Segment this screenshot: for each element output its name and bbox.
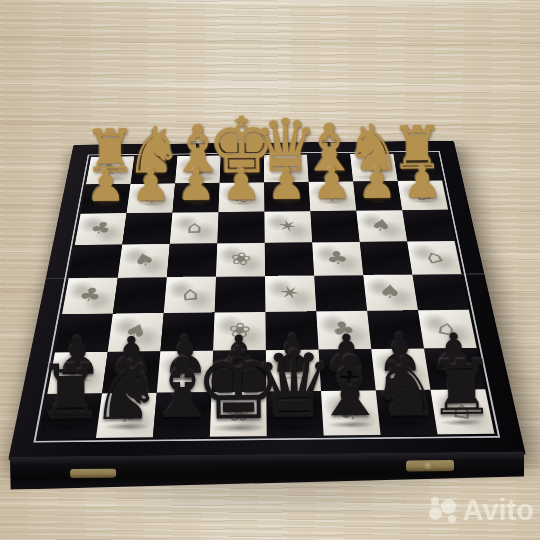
board-square: ♣ xyxy=(321,390,381,435)
board-square: ♠ xyxy=(96,393,157,438)
mop-motif-icon: ❀ xyxy=(226,401,251,425)
board-square: ♣ xyxy=(75,213,127,245)
board-square xyxy=(314,275,367,311)
mop-motif-icon: ❀ xyxy=(227,320,251,341)
mop-motif-icon: ♣ xyxy=(98,161,123,179)
board-square: ⌂ xyxy=(175,155,221,183)
mop-motif-icon: ♣ xyxy=(325,249,350,267)
board-square: ✶ xyxy=(265,276,316,312)
board-square: ⌂ xyxy=(431,389,495,434)
board-square xyxy=(307,154,353,182)
board-square xyxy=(393,153,442,181)
board-square: ♠ xyxy=(356,210,407,242)
board-square xyxy=(266,391,323,436)
board-square xyxy=(217,212,264,244)
mop-motif-icon: ♠ xyxy=(369,216,394,235)
hinge-knob-icon xyxy=(424,462,433,469)
board-square xyxy=(172,183,219,213)
mop-motif-icon: ♠ xyxy=(140,189,163,206)
board-square: ♠ xyxy=(118,244,170,278)
mop-motif-icon: ♣ xyxy=(329,318,359,341)
board-square: ❀ xyxy=(210,392,267,437)
board-square: ✶ xyxy=(264,155,309,183)
board-square xyxy=(39,393,102,438)
board-square xyxy=(69,244,123,278)
board-square xyxy=(319,349,376,391)
board-square: ♣ xyxy=(86,156,134,184)
board-square: ⌂ xyxy=(164,277,216,313)
mop-motif-icon: ♠ xyxy=(386,358,414,380)
mop-motif-icon: ♣ xyxy=(321,188,342,203)
board-square xyxy=(153,392,212,437)
mop-motif-icon: ⌂ xyxy=(452,398,471,423)
mop-motif-icon: ♠ xyxy=(131,249,158,270)
board-square xyxy=(265,242,314,276)
mop-motif-icon: ⌂ xyxy=(421,247,446,267)
board-square xyxy=(376,390,438,435)
mop-motif-icon: ♣ xyxy=(87,219,116,238)
board-square: ✶ xyxy=(266,350,321,392)
mop-motif-icon: ✶ xyxy=(275,217,301,236)
avito-watermark: Avito xyxy=(429,496,534,527)
board-square: ⌂ xyxy=(170,212,219,244)
board-square: ♣ xyxy=(316,311,371,350)
board-square xyxy=(160,312,214,351)
mop-motif-icon: ✶ xyxy=(278,357,307,382)
board-tilt-wrapper: ♣⌂✶♠♠❀♣⌂♣⌂✶♠♠❀♣⌂♣⌂✶♠♠❀♣⌂♣⌂✶♠♠❀♣⌂ ♜♞♝♚♛♝♞… xyxy=(0,0,540,540)
hinge-left-icon xyxy=(70,469,116,478)
board-square: ♠ xyxy=(371,349,430,391)
board-grid: ♣⌂✶♠♠❀♣⌂♣⌂✶♠♠❀♣⌂♣⌂✶♠♠❀♣⌂♣⌂✶♠♠❀♣⌂ xyxy=(39,153,494,438)
hinge-right-icon xyxy=(406,460,454,472)
mop-motif-icon: ⌂ xyxy=(412,186,434,203)
mop-motif-icon: ✶ xyxy=(275,282,305,305)
board-square xyxy=(353,181,402,211)
board-square: ♣ xyxy=(47,352,107,394)
board-square: ⌂ xyxy=(398,181,449,211)
mop-motif-icon: ❀ xyxy=(229,188,254,206)
board-square: ⌂ xyxy=(407,241,461,275)
board-square xyxy=(264,182,310,212)
board-square xyxy=(412,274,468,310)
mop-motif-icon: ♠ xyxy=(110,401,143,428)
board-square xyxy=(102,351,160,393)
mop-motif-icon: ⌂ xyxy=(175,359,197,383)
board-square xyxy=(367,310,424,349)
board-square xyxy=(215,276,266,312)
mop-motif-icon: ⌂ xyxy=(189,161,207,176)
board-square xyxy=(360,241,413,275)
board-square: ♣ xyxy=(312,242,363,276)
mop-motif-icon: ⌂ xyxy=(186,219,202,235)
board-square: ♣ xyxy=(309,182,357,212)
board-square xyxy=(402,210,454,242)
mop-motif-icon: ♠ xyxy=(378,282,402,302)
board-square xyxy=(212,350,267,392)
mop-motif-icon: ♠ xyxy=(361,158,386,175)
board-square xyxy=(220,155,265,183)
board-square xyxy=(265,311,318,350)
photo-scene: ♣⌂✶♠♠❀♣⌂♣⌂✶♠♠❀♣⌂♣⌂✶♠♠❀♣⌂♣⌂✶♠♠❀♣⌂ ♜♞♝♚♛♝♞… xyxy=(0,0,540,540)
board-square: ⌂ xyxy=(418,310,477,349)
board-square xyxy=(167,243,217,277)
board-square: ♠ xyxy=(363,275,418,311)
mop-motif-icon: ♣ xyxy=(63,361,92,383)
mop-motif-icon: ♣ xyxy=(333,398,367,426)
board-front-edge xyxy=(10,451,524,489)
board-square xyxy=(113,277,167,313)
board-square: ❀ xyxy=(213,312,266,351)
board-square: ♠ xyxy=(127,183,176,213)
board-square: ♠ xyxy=(108,313,164,352)
mop-motif-icon: ⌂ xyxy=(436,317,457,339)
avito-logo-icon xyxy=(429,496,458,523)
board-square: ✶ xyxy=(264,211,312,243)
board-square xyxy=(424,348,485,390)
board-square: ♠ xyxy=(350,154,397,182)
mop-motif-icon: ♣ xyxy=(76,285,105,305)
board-square: ♣ xyxy=(62,278,118,314)
board-square xyxy=(81,184,131,214)
chess-board: ♣⌂✶♠♠❀♣⌂♣⌂✶♠♠❀♣⌂♣⌂✶♠♠❀♣⌂♣⌂✶♠♠❀♣⌂ xyxy=(8,141,526,461)
board-square xyxy=(131,156,178,184)
board-square xyxy=(310,211,359,243)
mop-motif-icon: ⌂ xyxy=(181,284,199,304)
board-square xyxy=(122,213,172,245)
mop-motif-icon: ✶ xyxy=(275,160,297,176)
avito-logo-text: Avito xyxy=(463,494,534,527)
mop-motif-icon: ♠ xyxy=(120,319,153,343)
board-square: ❀ xyxy=(218,182,264,212)
mop-motif-icon: ❀ xyxy=(228,249,253,268)
board-square: ⌂ xyxy=(157,351,213,393)
board-square xyxy=(55,314,113,353)
board-square: ❀ xyxy=(216,243,265,277)
